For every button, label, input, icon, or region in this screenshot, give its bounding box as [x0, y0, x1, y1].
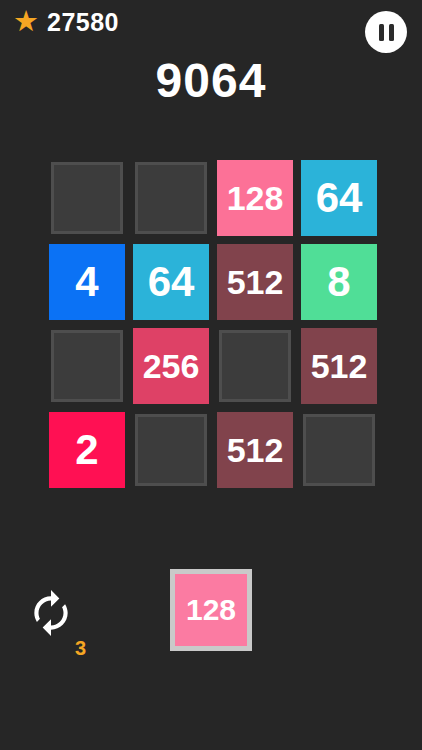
pause-icon — [379, 24, 384, 41]
swap-button[interactable]: 3 — [24, 586, 84, 658]
empty-cell-r1c2[interactable] — [135, 162, 207, 234]
tile-8-r2c4[interactable]: 8 — [301, 244, 377, 320]
tile-2-r4c1[interactable]: 2 — [49, 412, 125, 488]
tile-512-r3c4[interactable]: 512 — [301, 328, 377, 404]
swap-count: 3 — [75, 637, 86, 660]
empty-cell-r1c1[interactable] — [51, 162, 123, 234]
main-number: 9064 — [0, 53, 422, 108]
next-tile[interactable]: 128 — [170, 569, 252, 651]
empty-cell-r3c1[interactable] — [51, 330, 123, 402]
tile-512-r2c3[interactable]: 512 — [217, 244, 293, 320]
tile-256-r3c2[interactable]: 256 — [133, 328, 209, 404]
empty-cell-r4c2[interactable] — [135, 414, 207, 486]
pause-icon — [389, 24, 394, 41]
score-group: ★ 27580 — [13, 8, 119, 37]
empty-cell-r3c3[interactable] — [219, 330, 291, 402]
tile-64-r1c4[interactable]: 64 — [301, 160, 377, 236]
game-screen: ★ 27580 9064 1286446451282565122512 3 12… — [0, 0, 422, 750]
tile-4-r2c1[interactable]: 4 — [49, 244, 125, 320]
pause-button[interactable] — [365, 11, 407, 53]
tile-64-r2c2[interactable]: 64 — [133, 244, 209, 320]
refresh-icon — [26, 588, 76, 638]
board: 1286446451282565122512 — [49, 160, 377, 488]
star-icon: ★ — [13, 7, 39, 36]
tile-128-r1c3[interactable]: 128 — [217, 160, 293, 236]
score-value: 27580 — [47, 8, 119, 37]
empty-cell-r4c4[interactable] — [303, 414, 375, 486]
tile-512-r4c3[interactable]: 512 — [217, 412, 293, 488]
